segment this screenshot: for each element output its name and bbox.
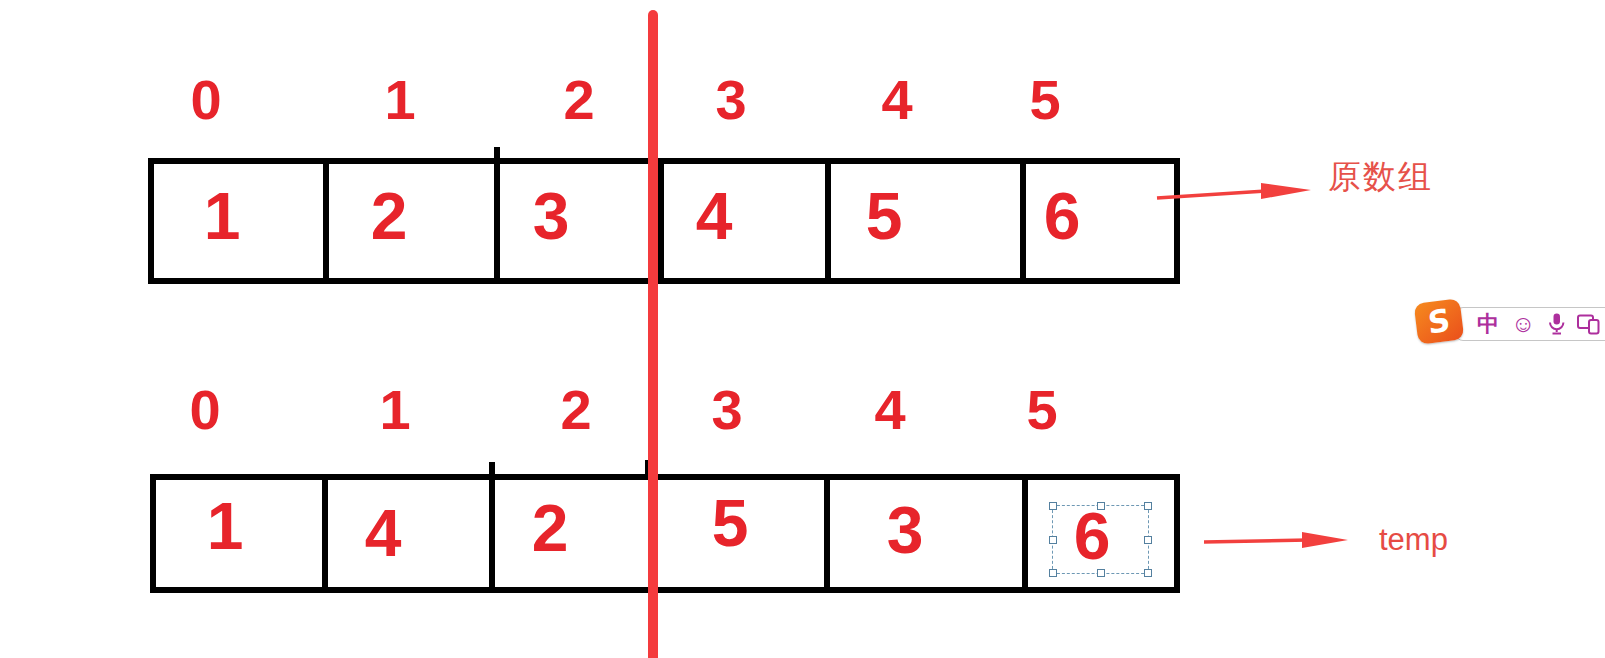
emoji-icon[interactable]: ☺ [1511, 312, 1536, 336]
index-label: 3 [715, 72, 746, 128]
devices-icon[interactable] [1577, 314, 1603, 335]
drawing-canvas: 0 1 2 3 4 5 1 2 3 4 5 6 原数组 0 1 2 3 4 5 … [0, 0, 1605, 658]
chinese-mode-icon[interactable]: 中 [1477, 309, 1499, 339]
index-label: 2 [563, 72, 594, 128]
array-cell-value: 3 [887, 497, 924, 563]
index-label: 1 [384, 72, 415, 128]
selection-handle[interactable] [1144, 502, 1152, 510]
selection-handle[interactable] [1049, 502, 1057, 510]
cell-divider [1020, 164, 1026, 278]
array-cell-value: 6 [1044, 183, 1081, 249]
original-array-label: 原数组 [1328, 160, 1433, 193]
sogou-logo-letter: S [1427, 304, 1452, 339]
cell-divider [322, 480, 328, 587]
array-cell-value: 2 [532, 495, 569, 561]
red-divider-line [648, 10, 658, 658]
index-label: 1 [379, 382, 410, 438]
array-cell-value: 4 [365, 500, 402, 566]
selection-handle[interactable] [1144, 536, 1152, 544]
array-cell-value: 5 [866, 183, 903, 249]
array-cell-value: 1 [207, 493, 244, 559]
cell-divider [658, 164, 664, 278]
index-label: 4 [881, 72, 912, 128]
selection-handle[interactable] [1049, 536, 1057, 544]
selection-handle[interactable] [1144, 569, 1152, 577]
cell-divider [824, 480, 830, 587]
index-label: 3 [711, 382, 742, 438]
ime-bar: 中 ☺ [1455, 307, 1605, 341]
index-label: 4 [874, 382, 905, 438]
cell-divider [323, 164, 329, 278]
index-label: 0 [189, 382, 220, 438]
sogou-logo[interactable]: S [1414, 298, 1465, 344]
index-label: 0 [190, 72, 221, 128]
array-cell-value: 1 [204, 183, 241, 249]
selection-handle[interactable] [1097, 502, 1105, 510]
array-cell-value: 4 [696, 183, 733, 249]
mic-icon[interactable] [1548, 313, 1565, 335]
array-cell-value: 2 [371, 183, 408, 249]
array-cell-value: 3 [533, 183, 570, 249]
cell-divider [825, 164, 831, 278]
index-label: 5 [1026, 382, 1057, 438]
index-label: 5 [1029, 72, 1060, 128]
cell-divider [489, 480, 495, 587]
temp-array-label: temp [1379, 524, 1448, 555]
cell-divider [1022, 480, 1028, 587]
selection-box[interactable] [1052, 505, 1149, 574]
original-array-grid: 1 2 3 4 5 6 [148, 158, 1180, 284]
arrow-to-original-label [1148, 180, 1323, 208]
arrow-to-temp-label [1196, 528, 1356, 554]
cell-divider [494, 164, 500, 278]
sogou-ime-toolbar: 中 ☺ S [1416, 301, 1605, 347]
array-cell-value: 5 [712, 490, 749, 556]
selection-handle[interactable] [1049, 569, 1057, 577]
temp-array-grid: 1 4 2 5 3 6 [150, 474, 1180, 593]
index-label: 2 [560, 382, 591, 438]
selection-handle[interactable] [1097, 569, 1105, 577]
